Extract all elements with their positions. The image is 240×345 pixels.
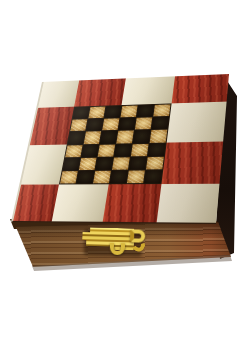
checkerboard-lid xyxy=(13,74,229,223)
inner-square-gold xyxy=(116,131,133,143)
inner-square-black xyxy=(132,130,149,142)
border-square-red xyxy=(161,142,223,185)
border-square-cream xyxy=(122,76,175,105)
border-square-cream xyxy=(21,145,66,185)
inner-square-gold xyxy=(97,144,115,156)
inner-square-black xyxy=(128,157,146,170)
inner-square-black xyxy=(62,158,80,170)
inner-square-gold xyxy=(83,132,100,144)
inner-square-gold xyxy=(134,117,151,129)
inner-square-gold xyxy=(102,118,119,130)
inner-square-gold xyxy=(120,105,137,117)
inner-square-black xyxy=(114,144,132,157)
inner-square-gold xyxy=(112,157,130,170)
border-square-cream xyxy=(166,101,226,142)
inner-square-gold xyxy=(149,130,167,143)
inner-square-black xyxy=(118,118,135,130)
inner-square-black xyxy=(100,131,117,143)
border-square-cream xyxy=(38,80,79,107)
border-square-red xyxy=(171,74,229,103)
inner-square-gold xyxy=(130,144,148,157)
inner-square-gold xyxy=(79,158,97,171)
inner-square-black xyxy=(104,106,121,118)
inner-square-black xyxy=(72,107,89,119)
inner-square-black xyxy=(67,132,84,144)
border-square-red xyxy=(103,184,161,222)
inner-square-black xyxy=(95,157,113,170)
product-photo xyxy=(0,0,240,345)
inner-square-black xyxy=(144,170,162,183)
inner-square-black xyxy=(86,119,103,131)
border-square-red xyxy=(74,78,126,106)
inner-square-black xyxy=(136,105,153,117)
inner-square-gold xyxy=(70,119,87,131)
border-square-red xyxy=(30,106,74,145)
inner-square-gold xyxy=(60,171,78,184)
inner-square-gold xyxy=(65,145,82,157)
inner-square-gold xyxy=(93,171,111,184)
border-square-cream xyxy=(156,184,219,223)
inner-square-black xyxy=(147,143,165,156)
brass-clasp xyxy=(80,225,155,261)
inner-square-black xyxy=(151,117,168,129)
border-square-cream xyxy=(51,185,108,222)
inner-square-gold xyxy=(126,171,144,184)
inner-square-black xyxy=(109,171,127,184)
box-lid xyxy=(11,74,229,224)
inner-square-black xyxy=(76,171,94,184)
inner-board xyxy=(58,103,171,185)
inner-square-gold xyxy=(153,104,170,116)
inner-square-gold xyxy=(88,106,105,118)
inner-square-gold xyxy=(146,157,164,170)
inner-square-black xyxy=(81,144,98,156)
